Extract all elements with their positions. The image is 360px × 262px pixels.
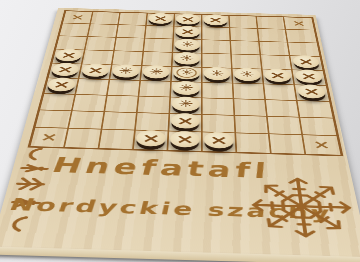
grid-cell[interactable] bbox=[233, 83, 266, 100]
grid-cell[interactable] bbox=[117, 25, 147, 39]
grid-cell[interactable] bbox=[258, 29, 288, 43]
piece-attacker[interactable]: × bbox=[148, 13, 173, 24]
grid-cell[interactable]: × bbox=[202, 15, 230, 28]
grid-cell[interactable] bbox=[40, 94, 76, 111]
grid-cell[interactable] bbox=[300, 118, 336, 137]
grid-cell[interactable] bbox=[88, 24, 119, 38]
grid-cell[interactable] bbox=[257, 17, 286, 30]
grid-cell[interactable]: × bbox=[168, 131, 202, 150]
grid-cell[interactable] bbox=[119, 13, 148, 26]
corner-mark-icon: × bbox=[39, 132, 59, 144]
grid-cell[interactable]: × bbox=[44, 78, 79, 94]
grid-cell[interactable] bbox=[236, 133, 271, 153]
grid-cell[interactable] bbox=[139, 81, 171, 98]
photo-stage: ××××××✳×✳×××✳✳✳✳✳×××✳×✳×××××× Hnefatafl … bbox=[0, 0, 360, 262]
piece-defender[interactable]: ✳ bbox=[174, 38, 200, 50]
grid-cell[interactable] bbox=[99, 130, 135, 149]
grid-cell[interactable] bbox=[286, 30, 317, 44]
grid-cell[interactable]: × bbox=[147, 14, 176, 27]
grid-cell[interactable] bbox=[85, 37, 116, 51]
grid-cell[interactable] bbox=[91, 12, 121, 25]
grid-cell[interactable] bbox=[72, 95, 107, 112]
grid-cell[interactable] bbox=[230, 16, 259, 29]
piece-defender[interactable]: ✳ bbox=[112, 64, 140, 78]
piece-attacker[interactable]: × bbox=[175, 26, 200, 38]
piece-attacker[interactable]: × bbox=[292, 55, 320, 68]
title-engraving: Hnefatafl bbox=[48, 153, 258, 182]
piece-defender[interactable]: ✳ bbox=[171, 96, 199, 111]
grid-cell[interactable] bbox=[108, 80, 141, 97]
grid-cell[interactable]: × bbox=[203, 132, 237, 152]
grid-cell[interactable] bbox=[136, 113, 170, 131]
grid-cell[interactable]: × bbox=[284, 17, 314, 30]
grid-cell[interactable] bbox=[230, 28, 259, 42]
grid-cell[interactable]: × bbox=[79, 64, 112, 80]
grid-cell[interactable] bbox=[60, 23, 91, 37]
grid-cell[interactable]: × bbox=[31, 128, 69, 147]
piece-attacker[interactable]: × bbox=[176, 13, 200, 24]
grid-cell[interactable]: × bbox=[295, 85, 329, 102]
piece-attacker[interactable]: × bbox=[171, 113, 200, 129]
grid-cell[interactable] bbox=[202, 27, 231, 41]
piece-attacker[interactable]: × bbox=[170, 131, 200, 148]
grid-cell[interactable] bbox=[105, 96, 139, 113]
subtitle-engraving: Nordyckie szachy bbox=[6, 194, 283, 221]
grid-cell[interactable] bbox=[145, 26, 174, 40]
piece-attacker[interactable]: × bbox=[135, 130, 166, 147]
grid-cell[interactable] bbox=[35, 110, 72, 128]
corner-mark-icon: × bbox=[291, 20, 306, 28]
grid-cell[interactable] bbox=[203, 115, 237, 133]
piece-attacker[interactable]: × bbox=[297, 84, 327, 98]
corner-mark-icon: × bbox=[70, 13, 86, 21]
grid-cell[interactable] bbox=[115, 38, 146, 52]
piece-attacker[interactable]: × bbox=[264, 68, 292, 82]
grid-cell[interactable] bbox=[76, 79, 110, 95]
piece-attacker[interactable]: × bbox=[294, 69, 323, 83]
grid-cell[interactable]: × bbox=[303, 135, 340, 155]
grid-cell[interactable]: × bbox=[134, 131, 169, 150]
piece-defender[interactable]: ✳ bbox=[142, 65, 170, 79]
grid-cell[interactable] bbox=[235, 116, 269, 134]
piece-attacker[interactable]: × bbox=[54, 49, 83, 62]
grid-cell[interactable] bbox=[202, 40, 231, 54]
piece-attacker[interactable]: × bbox=[204, 132, 234, 149]
grid-cell[interactable] bbox=[298, 101, 333, 119]
grid-cell[interactable] bbox=[260, 42, 291, 56]
grid-cell[interactable]: ✳ bbox=[203, 68, 234, 84]
piece-attacker[interactable]: × bbox=[50, 63, 80, 77]
grid-cell[interactable]: ✳ bbox=[141, 66, 173, 82]
grid-cell[interactable] bbox=[138, 97, 171, 114]
piece-king[interactable]: ✳ bbox=[173, 66, 200, 80]
grid-cell[interactable]: × bbox=[169, 114, 202, 132]
piece-defender[interactable]: ✳ bbox=[172, 81, 200, 95]
rune-column-icon bbox=[0, 145, 56, 238]
piece-attacker[interactable]: × bbox=[46, 77, 76, 91]
corner-mark-icon: × bbox=[312, 139, 331, 151]
board-surface: ××××××✳×✳×××✳✳✳✳✳×××✳×✳×××××× Hnefatafl … bbox=[0, 8, 360, 261]
grid-cell[interactable]: × bbox=[263, 69, 295, 85]
board-apron: Hnefatafl Nordyckie szachy bbox=[0, 145, 360, 260]
piece-defender[interactable]: ✳ bbox=[234, 68, 262, 82]
grid-cell[interactable] bbox=[65, 129, 102, 148]
grid-cell[interactable] bbox=[102, 112, 137, 130]
grid-cell[interactable] bbox=[264, 84, 297, 101]
piece-attacker[interactable]: × bbox=[203, 14, 227, 25]
grid-cell[interactable] bbox=[234, 99, 267, 117]
grid-cell[interactable]: ✳ bbox=[170, 97, 203, 114]
grid-cell[interactable] bbox=[144, 38, 174, 52]
grid-cell[interactable]: ✳ bbox=[233, 69, 265, 85]
piece-defender[interactable]: ✳ bbox=[204, 67, 231, 81]
grid-cell[interactable] bbox=[266, 100, 300, 118]
board-grid: ××××××✳×✳×××✳✳✳✳✳×××✳×✳×××××× bbox=[28, 10, 344, 156]
grid-cell[interactable]: ✳ bbox=[110, 65, 142, 81]
grid-cell[interactable] bbox=[268, 117, 303, 136]
grid-cell[interactable]: × bbox=[63, 11, 93, 24]
piece-attacker[interactable]: × bbox=[81, 63, 110, 77]
vegvisir-icon bbox=[244, 165, 360, 252]
grid-cell[interactable] bbox=[231, 41, 261, 55]
piece-defender[interactable]: ✳ bbox=[174, 52, 200, 65]
grid-cell[interactable] bbox=[203, 98, 236, 115]
grid-cell[interactable] bbox=[270, 134, 306, 154]
grid-cell[interactable] bbox=[69, 111, 105, 129]
grid-cell[interactable] bbox=[203, 83, 235, 100]
